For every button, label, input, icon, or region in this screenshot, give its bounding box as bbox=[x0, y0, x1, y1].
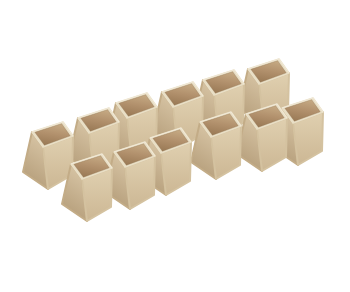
cups-layer bbox=[23, 59, 323, 221]
cup-back-1 bbox=[23, 122, 73, 189]
cups-illustration bbox=[0, 0, 350, 292]
product-photo bbox=[0, 0, 350, 292]
cup-front-5 bbox=[237, 104, 287, 171]
